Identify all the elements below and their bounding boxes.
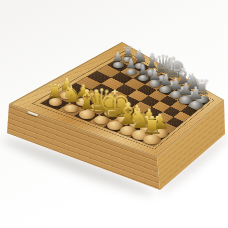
chess-set-photo: ♜♞♝♛♚♝♞♜♟♟♟♟♟♟♟♟♟♟♟♟♟♟♟♟♜♞♝♛♚♝♞♜ <box>0 0 228 228</box>
